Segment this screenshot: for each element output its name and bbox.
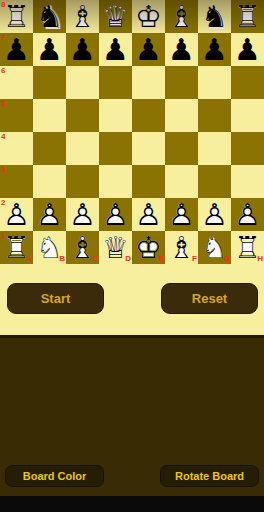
file-label: H (257, 255, 263, 263)
square-d3[interactable] (99, 165, 132, 198)
white-pawn[interactable]: ♟♙ (99, 198, 132, 231)
square-h5[interactable] (231, 99, 264, 132)
square-b7[interactable]: ♟ (33, 33, 66, 66)
board-color-button[interactable]: Board Color (5, 465, 104, 487)
square-d6[interactable] (99, 66, 132, 99)
file-label: D (125, 255, 131, 263)
black-rook[interactable]: ♜♖ (231, 0, 264, 33)
rank-label: 8 (1, 1, 5, 9)
square-a5[interactable]: 5 (0, 99, 33, 132)
square-b6[interactable] (33, 66, 66, 99)
bottom-panel: Board Color Rotate Board (0, 338, 264, 496)
square-a1[interactable]: 1A♜♖ (0, 231, 33, 264)
square-c8[interactable]: ♝♗ (66, 0, 99, 33)
square-a4[interactable]: 4 (0, 132, 33, 165)
black-knight[interactable]: ♞ (33, 0, 66, 33)
square-c2[interactable]: ♟♙ (66, 198, 99, 231)
app-screen: 8♜♖♞♝♗♛♕♚♔♝♗♞♜♖7♟♟♟♟♟♟♟♟65432♟♙♟♙♟♙♟♙♟♙♟… (0, 0, 264, 512)
square-g6[interactable] (198, 66, 231, 99)
square-h8[interactable]: ♜♖ (231, 0, 264, 33)
square-c1[interactable]: C♝♗ (66, 231, 99, 264)
square-h2[interactable]: ♟♙ (231, 198, 264, 231)
square-b8[interactable]: ♞ (33, 0, 66, 33)
square-f5[interactable] (165, 99, 198, 132)
square-g8[interactable]: ♞ (198, 0, 231, 33)
square-h3[interactable] (231, 165, 264, 198)
square-b4[interactable] (33, 132, 66, 165)
square-g1[interactable]: G♞♘ (198, 231, 231, 264)
square-h1[interactable]: H♜♖ (231, 231, 264, 264)
black-bishop[interactable]: ♝♗ (66, 0, 99, 33)
square-b2[interactable]: ♟♙ (33, 198, 66, 231)
square-e6[interactable] (132, 66, 165, 99)
rank-label: 5 (1, 100, 5, 108)
rank-label: 3 (1, 166, 5, 174)
square-g2[interactable]: ♟♙ (198, 198, 231, 231)
square-d2[interactable]: ♟♙ (99, 198, 132, 231)
square-d1[interactable]: D♛♕ (99, 231, 132, 264)
file-label: A (26, 255, 32, 263)
square-a3[interactable]: 3 (0, 165, 33, 198)
square-a2[interactable]: 2♟♙ (0, 198, 33, 231)
square-f3[interactable] (165, 165, 198, 198)
square-f8[interactable]: ♝♗ (165, 0, 198, 33)
file-label: F (192, 255, 197, 263)
black-pawn[interactable]: ♟ (66, 33, 99, 66)
square-f4[interactable] (165, 132, 198, 165)
square-c6[interactable] (66, 66, 99, 99)
black-knight[interactable]: ♞ (198, 0, 231, 33)
square-c4[interactable] (66, 132, 99, 165)
black-pawn[interactable]: ♟ (198, 33, 231, 66)
square-h6[interactable] (231, 66, 264, 99)
square-e3[interactable] (132, 165, 165, 198)
square-f1[interactable]: F♝♗ (165, 231, 198, 264)
square-d5[interactable] (99, 99, 132, 132)
white-pawn[interactable]: ♟♙ (132, 198, 165, 231)
rank-label: 4 (1, 133, 5, 141)
white-pawn[interactable]: ♟♙ (66, 198, 99, 231)
square-e2[interactable]: ♟♙ (132, 198, 165, 231)
file-label: B (59, 255, 65, 263)
square-g3[interactable] (198, 165, 231, 198)
square-b3[interactable] (33, 165, 66, 198)
square-f7[interactable]: ♟ (165, 33, 198, 66)
game-controls: Start Reset (0, 264, 264, 335)
square-f2[interactable]: ♟♙ (165, 198, 198, 231)
square-e5[interactable] (132, 99, 165, 132)
black-pawn[interactable]: ♟ (165, 33, 198, 66)
square-g5[interactable] (198, 99, 231, 132)
square-a8[interactable]: 8♜♖ (0, 0, 33, 33)
square-d8[interactable]: ♛♕ (99, 0, 132, 33)
reset-button[interactable]: Reset (161, 283, 258, 314)
square-g7[interactable]: ♟ (198, 33, 231, 66)
file-label: E (159, 255, 164, 263)
square-e7[interactable]: ♟ (132, 33, 165, 66)
white-pawn[interactable]: ♟♙ (33, 198, 66, 231)
square-e1[interactable]: E♚♔ (132, 231, 165, 264)
black-bishop[interactable]: ♝♗ (165, 0, 198, 33)
black-queen[interactable]: ♛♕ (99, 0, 132, 33)
chess-board: 8♜♖♞♝♗♛♕♚♔♝♗♞♜♖7♟♟♟♟♟♟♟♟65432♟♙♟♙♟♙♟♙♟♙♟… (0, 0, 264, 264)
square-g4[interactable] (198, 132, 231, 165)
square-c5[interactable] (66, 99, 99, 132)
square-f6[interactable] (165, 66, 198, 99)
square-a6[interactable]: 6 (0, 66, 33, 99)
square-d7[interactable]: ♟ (99, 33, 132, 66)
black-pawn[interactable]: ♟ (231, 33, 264, 66)
square-d4[interactable] (99, 132, 132, 165)
start-button[interactable]: Start (7, 283, 104, 314)
square-a7[interactable]: 7♟ (0, 33, 33, 66)
black-king[interactable]: ♚♔ (132, 0, 165, 33)
square-b5[interactable] (33, 99, 66, 132)
system-nav-bar (0, 496, 264, 512)
rank-label: 7 (1, 34, 5, 42)
square-c7[interactable]: ♟ (66, 33, 99, 66)
white-pawn[interactable]: ♟♙ (165, 198, 198, 231)
white-pawn[interactable]: ♟♙ (231, 198, 264, 231)
black-pawn[interactable]: ♟ (132, 33, 165, 66)
white-pawn[interactable]: ♟♙ (198, 198, 231, 231)
rotate-board-button[interactable]: Rotate Board (160, 465, 259, 487)
square-h7[interactable]: ♟ (231, 33, 264, 66)
rank-label: 6 (1, 67, 5, 75)
black-pawn[interactable]: ♟ (99, 33, 132, 66)
rank-label: 2 (1, 199, 5, 207)
square-h4[interactable] (231, 132, 264, 165)
rank-label: 1 (1, 232, 5, 240)
file-label: C (92, 255, 98, 263)
square-b1[interactable]: B♞♘ (33, 231, 66, 264)
square-e8[interactable]: ♚♔ (132, 0, 165, 33)
square-c3[interactable] (66, 165, 99, 198)
file-label: G (224, 255, 230, 263)
black-pawn[interactable]: ♟ (33, 33, 66, 66)
square-e4[interactable] (132, 132, 165, 165)
